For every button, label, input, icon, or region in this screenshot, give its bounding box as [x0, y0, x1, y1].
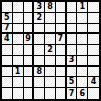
cell-r4c3-given-9[interactable]: 9 — [24, 34, 35, 45]
cell-r5c7-empty[interactable] — [67, 45, 78, 56]
cell-r4c9-empty[interactable] — [88, 34, 99, 45]
cell-r1c6-empty[interactable] — [56, 2, 67, 13]
sudoku-board: 38152749723185476 — [0, 0, 101, 101]
cell-r6c7-given-3[interactable]: 3 — [67, 56, 78, 67]
cell-r6c3-empty[interactable] — [24, 56, 35, 67]
cell-r1c7-empty[interactable] — [67, 2, 78, 13]
cell-r1c8-given-1[interactable]: 1 — [77, 2, 88, 13]
cell-r4c8-empty[interactable] — [77, 34, 88, 45]
cell-r3c6-empty[interactable] — [56, 24, 67, 35]
cell-r3c4-empty[interactable] — [34, 24, 45, 35]
cell-r2c6-empty[interactable] — [56, 13, 67, 24]
cell-r2c7-empty[interactable] — [67, 13, 78, 24]
cell-r2c8-empty[interactable] — [77, 13, 88, 24]
cell-r1c4-given-3[interactable]: 3 — [34, 2, 45, 13]
cell-r8c6-empty[interactable] — [56, 77, 67, 88]
cell-r1c5-given-8[interactable]: 8 — [45, 2, 56, 13]
cell-r3c1-given-7[interactable]: 7 — [2, 24, 13, 35]
cell-r3c8-empty[interactable] — [77, 24, 88, 35]
cell-r7c9-empty[interactable] — [88, 67, 99, 78]
cell-r3c9-empty[interactable] — [88, 24, 99, 35]
cell-r9c9-empty[interactable] — [88, 88, 99, 99]
cell-r6c2-empty[interactable] — [13, 56, 24, 67]
cell-r7c7-empty[interactable] — [67, 67, 78, 78]
cell-r4c7-empty[interactable] — [67, 34, 78, 45]
cell-r2c1-given-5[interactable]: 5 — [2, 13, 13, 24]
cell-r9c3-empty[interactable] — [24, 88, 35, 99]
cell-r7c2-given-1[interactable]: 1 — [13, 67, 24, 78]
cell-r4c2-empty[interactable] — [13, 34, 24, 45]
cell-r1c1-empty[interactable] — [2, 2, 13, 13]
cell-r9c6-empty[interactable] — [56, 88, 67, 99]
cell-r3c3-empty[interactable] — [24, 24, 35, 35]
cell-r8c7-given-5[interactable]: 5 — [67, 77, 78, 88]
cell-r3c7-empty[interactable] — [67, 24, 78, 35]
cell-r8c8-empty[interactable] — [77, 77, 88, 88]
cell-r5c4-empty[interactable] — [34, 45, 45, 56]
cell-r4c1-given-4[interactable]: 4 — [2, 34, 13, 45]
cell-r9c5-empty[interactable] — [45, 88, 56, 99]
cell-r8c4-empty[interactable] — [34, 77, 45, 88]
cell-r6c4-empty[interactable] — [34, 56, 45, 67]
cell-r1c3-empty[interactable] — [24, 2, 35, 13]
cell-r9c2-empty[interactable] — [13, 88, 24, 99]
cell-r1c2-empty[interactable] — [13, 2, 24, 13]
cell-r7c1-empty[interactable] — [2, 67, 13, 78]
cell-r5c3-empty[interactable] — [24, 45, 35, 56]
cell-r9c7-given-7[interactable]: 7 — [67, 88, 78, 99]
cell-r4c6-given-7[interactable]: 7 — [56, 34, 67, 45]
cell-r5c9-empty[interactable] — [88, 45, 99, 56]
cell-r7c5-empty[interactable] — [45, 67, 56, 78]
cell-r6c1-empty[interactable] — [2, 56, 13, 67]
cell-r2c9-empty[interactable] — [88, 13, 99, 24]
cell-r3c5-empty[interactable] — [45, 24, 56, 35]
cell-r8c3-empty[interactable] — [24, 77, 35, 88]
cell-r2c5-empty[interactable] — [45, 13, 56, 24]
cell-r9c1-empty[interactable] — [2, 88, 13, 99]
cell-r8c9-given-4[interactable]: 4 — [88, 77, 99, 88]
cell-r5c8-empty[interactable] — [77, 45, 88, 56]
cell-r8c1-empty[interactable] — [2, 77, 13, 88]
cell-r8c2-empty[interactable] — [13, 77, 24, 88]
cell-r5c2-empty[interactable] — [13, 45, 24, 56]
cell-r4c4-empty[interactable] — [34, 34, 45, 45]
cell-r6c8-empty[interactable] — [77, 56, 88, 67]
cell-r6c6-empty[interactable] — [56, 56, 67, 67]
cell-r9c4-empty[interactable] — [34, 88, 45, 99]
cell-r8c5-empty[interactable] — [45, 77, 56, 88]
cell-r7c6-empty[interactable] — [56, 67, 67, 78]
cell-r6c5-empty[interactable] — [45, 56, 56, 67]
cell-r4c5-empty[interactable] — [45, 34, 56, 45]
cell-r7c8-empty[interactable] — [77, 67, 88, 78]
cell-r1c9-empty[interactable] — [88, 2, 99, 13]
cell-r2c3-empty[interactable] — [24, 13, 35, 24]
cell-r5c1-empty[interactable] — [2, 45, 13, 56]
cell-r5c6-empty[interactable] — [56, 45, 67, 56]
cell-r7c3-empty[interactable] — [24, 67, 35, 78]
cell-r6c9-empty[interactable] — [88, 56, 99, 67]
cell-r2c2-empty[interactable] — [13, 13, 24, 24]
cell-r3c2-empty[interactable] — [13, 24, 24, 35]
cell-r2c4-given-2[interactable]: 2 — [34, 13, 45, 24]
cell-r9c8-given-6[interactable]: 6 — [77, 88, 88, 99]
cell-r5c5-given-2[interactable]: 2 — [45, 45, 56, 56]
cell-r7c4-given-8[interactable]: 8 — [34, 67, 45, 78]
